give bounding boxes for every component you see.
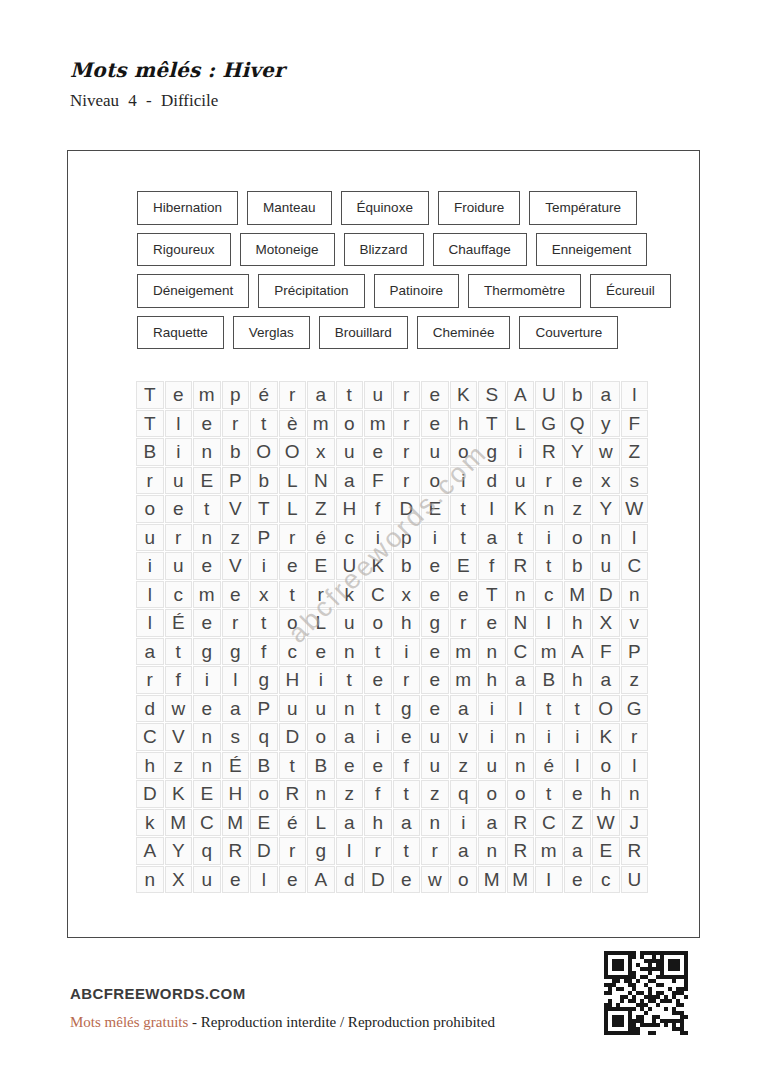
grid-cell: l: [621, 752, 649, 780]
grid-cell: u: [193, 866, 221, 894]
grid-cell: n: [193, 438, 221, 466]
grid-cell: n: [136, 866, 164, 894]
grid-cell: e: [222, 866, 250, 894]
grid-cell: R: [507, 837, 535, 865]
grid-cell: É: [165, 609, 193, 637]
grid-cell: g: [478, 438, 506, 466]
grid-cell: i: [564, 723, 592, 751]
grid-cell: L: [279, 467, 307, 495]
grid-cell: u: [336, 609, 364, 637]
grid-cell: x: [393, 581, 421, 609]
word-chip: Raquette: [137, 316, 224, 350]
grid-cell: n: [592, 524, 620, 552]
grid-cell: é: [307, 524, 335, 552]
word-chip: Rigoureux: [137, 233, 231, 267]
grid-cell: u: [421, 752, 449, 780]
grid-cell: f: [250, 638, 278, 666]
grid-cell: g: [393, 695, 421, 723]
grid-cell: t: [393, 780, 421, 808]
grid-cell: i: [535, 524, 563, 552]
grid-cell: l: [136, 581, 164, 609]
grid-cell: L: [507, 410, 535, 438]
grid-cell: n: [307, 780, 335, 808]
grid-cell: n: [507, 581, 535, 609]
grid-cell: l: [621, 381, 649, 409]
grid-cell: u: [478, 752, 506, 780]
grid-cell: c: [336, 524, 364, 552]
grid-cell: t: [507, 524, 535, 552]
grid-cell: n: [535, 495, 563, 523]
grid-cell: I: [621, 524, 649, 552]
grid-cell: q: [193, 837, 221, 865]
grid-cell: x: [592, 467, 620, 495]
grid-cell: o: [307, 723, 335, 751]
word-chip: Blizzard: [344, 233, 424, 267]
grid-cell: E: [250, 809, 278, 837]
grid-cell: Y: [592, 495, 620, 523]
grid-cell: F: [364, 467, 392, 495]
grid-cell: T: [136, 410, 164, 438]
grid-cell: d: [136, 695, 164, 723]
grid-cell: S: [478, 381, 506, 409]
grid-cell: L: [307, 809, 335, 837]
grid-cell: r: [136, 467, 164, 495]
grid-cell: c: [535, 581, 563, 609]
grid-cell: z: [564, 495, 592, 523]
grid-cell: C: [621, 552, 649, 580]
grid-cell: m: [450, 666, 478, 694]
grid-cell: r: [136, 666, 164, 694]
grid-cell: i: [193, 666, 221, 694]
grid-cell: E: [450, 552, 478, 580]
grid-cell: r: [222, 609, 250, 637]
grid-cell: u: [507, 467, 535, 495]
grid-cell: n: [336, 695, 364, 723]
word-chip: Chauffage: [433, 233, 527, 267]
grid-cell: r: [393, 381, 421, 409]
grid-cell: i: [450, 467, 478, 495]
grid-cell: u: [592, 552, 620, 580]
grid-cell: H: [222, 780, 250, 808]
grid-cell: d: [478, 467, 506, 495]
word-row: DéneigementPrécipitationPatinoireThermom…: [137, 274, 671, 308]
grid-cell: s: [222, 723, 250, 751]
grid-cell: B: [307, 752, 335, 780]
grid-cell: a: [592, 666, 620, 694]
grid-cell: o: [450, 438, 478, 466]
grid-cell: A: [507, 381, 535, 409]
grid-cell: P: [222, 467, 250, 495]
grid-cell: b: [393, 552, 421, 580]
grid-cell: i: [393, 638, 421, 666]
grid-cell: L: [279, 495, 307, 523]
grid-cell: u: [279, 695, 307, 723]
grid-cell: i: [364, 723, 392, 751]
grid-cell: e: [279, 866, 307, 894]
grid-cell: o: [364, 609, 392, 637]
word-chip: Thermomètre: [468, 274, 581, 308]
grid-cell: é: [279, 809, 307, 837]
grid-cell: e: [421, 638, 449, 666]
grid-cell: m: [535, 638, 563, 666]
grid-cell: Y: [165, 837, 193, 865]
grid-cell: a: [393, 809, 421, 837]
grid-cell: g: [307, 837, 335, 865]
grid-cell: z: [621, 666, 649, 694]
grid-cell: h: [478, 666, 506, 694]
grid-cell: p: [393, 524, 421, 552]
grid-cell: m: [307, 410, 335, 438]
grid-cell: H: [279, 666, 307, 694]
grid-cell: H: [336, 495, 364, 523]
level-label: Niveau 4 - Difficile: [70, 91, 218, 111]
grid-cell: i: [364, 524, 392, 552]
grid-cell: n: [507, 723, 535, 751]
grid-cell: a: [507, 666, 535, 694]
grid-cell: L: [307, 609, 335, 637]
grid-cell: z: [165, 752, 193, 780]
grid-cell: r: [279, 524, 307, 552]
grid-cell: C: [193, 809, 221, 837]
grid-cell: K: [592, 723, 620, 751]
grid-cell: g: [421, 609, 449, 637]
grid-cell: e: [165, 381, 193, 409]
grid-cell: R: [279, 780, 307, 808]
footer-site: ABCFREEWORDS.COM: [70, 985, 246, 1002]
grid-cell: t: [364, 638, 392, 666]
grid-cell: l: [136, 609, 164, 637]
grid-cell: o: [507, 780, 535, 808]
grid-cell: U: [621, 866, 649, 894]
grid-cell: e: [364, 666, 392, 694]
grid-cell: N: [307, 467, 335, 495]
grid-cell: F: [592, 638, 620, 666]
grid-cell: W: [592, 809, 620, 837]
grid-cell: y: [592, 410, 620, 438]
grid-cell: M: [222, 809, 250, 837]
grid-cell: e: [364, 752, 392, 780]
grid-cell: t: [564, 695, 592, 723]
grid-cell: è: [279, 410, 307, 438]
grid-cell: p: [222, 381, 250, 409]
grid-cell: h: [564, 666, 592, 694]
grid-cell: K: [450, 381, 478, 409]
grid-cell: b: [250, 467, 278, 495]
word-chip: Température: [529, 191, 637, 225]
grid-cell: M: [478, 866, 506, 894]
grid-cell: i: [421, 524, 449, 552]
grid-cell: e: [336, 752, 364, 780]
grid-cell: M: [564, 581, 592, 609]
grid-cell: e: [307, 638, 335, 666]
grid-cell: g: [193, 638, 221, 666]
footer-tagline-rest: - Reproduction interdite / Reproduction …: [188, 1014, 495, 1030]
grid-cell: I: [535, 866, 563, 894]
grid-cell: f: [478, 552, 506, 580]
grid-cell: T: [136, 381, 164, 409]
grid-cell: a: [478, 524, 506, 552]
grid-cell: i: [535, 723, 563, 751]
word-row: HibernationManteauÉquinoxeFroidureTempér…: [137, 191, 671, 225]
grid-cell: R: [621, 837, 649, 865]
grid-cell: X: [592, 609, 620, 637]
grid-cell: e: [421, 695, 449, 723]
word-chip: Cheminée: [417, 316, 511, 350]
grid-cell: B: [250, 752, 278, 780]
grid-cell: r: [393, 666, 421, 694]
grid-cell: w: [421, 866, 449, 894]
grid-cell: n: [336, 638, 364, 666]
grid-cell: K: [364, 552, 392, 580]
grid-cell: m: [193, 381, 221, 409]
grid-cell: R: [535, 438, 563, 466]
grid-cell: r: [393, 410, 421, 438]
grid-cell: a: [307, 381, 335, 409]
grid-cell: e: [564, 780, 592, 808]
grid-cell: V: [222, 552, 250, 580]
grid-cell: r: [364, 837, 392, 865]
grid-cell: M: [507, 866, 535, 894]
word-chip: Écureuil: [590, 274, 671, 308]
grid-cell: n: [193, 524, 221, 552]
grid-cell: W: [621, 495, 649, 523]
grid-cell: A: [136, 837, 164, 865]
grid-cell: A: [307, 866, 335, 894]
grid-cell: a: [336, 809, 364, 837]
grid-cell: t: [336, 666, 364, 694]
grid-cell: J: [621, 809, 649, 837]
grid-cell: o: [250, 780, 278, 808]
grid-cell: i: [478, 695, 506, 723]
grid-cell: u: [336, 438, 364, 466]
grid-cell: u: [136, 524, 164, 552]
grid-cell: n: [193, 723, 221, 751]
grid-cell: F: [621, 410, 649, 438]
grid-cell: t: [364, 695, 392, 723]
grid-cell: w: [165, 695, 193, 723]
grid-cell: e: [478, 609, 506, 637]
grid-cell: h: [450, 410, 478, 438]
grid-cell: l: [507, 695, 535, 723]
grid-cell: n: [621, 780, 649, 808]
grid-cell: u: [307, 695, 335, 723]
grid-cell: i: [478, 723, 506, 751]
grid-cell: V: [222, 495, 250, 523]
grid-cell: z: [336, 780, 364, 808]
grid-cell: i: [250, 552, 278, 580]
grid-cell: O: [250, 438, 278, 466]
word-chip: Motoneige: [240, 233, 335, 267]
grid-cell: e: [564, 866, 592, 894]
grid-cell: e: [421, 552, 449, 580]
grid-cell: e: [421, 410, 449, 438]
grid-cell: P: [250, 695, 278, 723]
grid-cell: r: [621, 723, 649, 751]
grid-cell: o: [421, 467, 449, 495]
grid-cell: e: [193, 695, 221, 723]
grid-cell: T: [250, 495, 278, 523]
grid-cell: m: [364, 410, 392, 438]
grid-cell: t: [250, 609, 278, 637]
word-chip: Précipitation: [258, 274, 364, 308]
grid-cell: D: [279, 723, 307, 751]
grid-cell: C: [364, 581, 392, 609]
grid-cell: l: [564, 752, 592, 780]
grid-cell: i: [450, 809, 478, 837]
grid-cell: K: [165, 780, 193, 808]
grid-cell: e: [421, 666, 449, 694]
grid-cell: w: [592, 438, 620, 466]
grid-cell: l: [250, 866, 278, 894]
grid-cell: C: [136, 723, 164, 751]
word-chip: Froidure: [438, 191, 520, 225]
grid-cell: r: [222, 410, 250, 438]
grid-cell: t: [535, 780, 563, 808]
grid-cell: v: [621, 609, 649, 637]
grid-cell: m: [193, 581, 221, 609]
grid-cell: A: [564, 638, 592, 666]
word-chip: Hibernation: [137, 191, 238, 225]
word-row: RaquetteVerglasBrouillardCheminéeCouvert…: [137, 316, 671, 350]
grid-cell: U: [336, 552, 364, 580]
puzzle-page: Mots mêlés : Hiver Niveau 4 - Difficile …: [0, 0, 768, 1086]
grid-cell: t: [279, 752, 307, 780]
grid-cell: X: [165, 866, 193, 894]
grid-cell: m: [535, 837, 563, 865]
grid-cell: E: [193, 780, 221, 808]
grid-cell: n: [193, 752, 221, 780]
page-title: Mots mêlés : Hiver: [70, 58, 285, 82]
grid-cell: r: [393, 438, 421, 466]
grid-cell: c: [165, 581, 193, 609]
grid-cell: R: [507, 552, 535, 580]
grid-cell: o: [336, 410, 364, 438]
grid-cell: t: [535, 552, 563, 580]
grid-cell: l: [165, 410, 193, 438]
footer-tagline-highlight: Mots mêlés gratuits: [70, 1014, 188, 1030]
grid-cell: b: [222, 438, 250, 466]
grid-cell: r: [421, 837, 449, 865]
grid-cell: I: [478, 495, 506, 523]
grid-cell: f: [165, 666, 193, 694]
grid-cell: n: [421, 809, 449, 837]
grid-cell: k: [136, 809, 164, 837]
word-chip: Brouillard: [319, 316, 408, 350]
grid-cell: u: [364, 381, 392, 409]
grid-cell: E: [421, 495, 449, 523]
grid-cell: c: [592, 866, 620, 894]
grid-cell: M: [165, 809, 193, 837]
grid-cell: D: [250, 837, 278, 865]
grid-cell: D: [136, 780, 164, 808]
grid-cell: b: [564, 552, 592, 580]
grid-cell: e: [393, 866, 421, 894]
grid-cell: a: [450, 695, 478, 723]
grid-cell: é: [250, 381, 278, 409]
grid-cell: t: [193, 495, 221, 523]
grid-cell: n: [621, 581, 649, 609]
grid-cell: r: [307, 581, 335, 609]
grid-cell: G: [621, 695, 649, 723]
word-list: HibernationManteauÉquinoxeFroidureTempér…: [137, 191, 671, 349]
grid-cell: z: [450, 752, 478, 780]
grid-cell: G: [535, 410, 563, 438]
grid-cell: D: [592, 581, 620, 609]
word-chip: Équinoxe: [341, 191, 429, 225]
grid-cell: K: [507, 495, 535, 523]
letter-grid: TempératureKSAUbalTlertèmomrehTLGQyFBinb…: [136, 381, 648, 893]
grid-cell: f: [393, 752, 421, 780]
word-chip: Verglas: [233, 316, 310, 350]
grid-cell: z: [421, 780, 449, 808]
qr-code: [604, 951, 688, 1035]
grid-cell: k: [336, 581, 364, 609]
grid-cell: r: [393, 467, 421, 495]
grid-cell: N: [507, 609, 535, 637]
grid-cell: E: [592, 837, 620, 865]
grid-cell: Z: [307, 495, 335, 523]
grid-cell: E: [307, 552, 335, 580]
grid-cell: B: [136, 438, 164, 466]
grid-cell: O: [279, 438, 307, 466]
grid-cell: o: [478, 780, 506, 808]
grid-cell: r: [279, 381, 307, 409]
grid-cell: o: [564, 524, 592, 552]
grid-cell: t: [279, 581, 307, 609]
grid-cell: e: [165, 495, 193, 523]
grid-cell: z: [222, 524, 250, 552]
word-chip: Enneigement: [536, 233, 648, 267]
grid-cell: R: [222, 837, 250, 865]
grid-cell: u: [165, 467, 193, 495]
grid-cell: s: [621, 467, 649, 495]
grid-cell: n: [507, 752, 535, 780]
grid-cell: e: [450, 581, 478, 609]
grid-cell: n: [478, 837, 506, 865]
word-chip: Couverture: [519, 316, 618, 350]
grid-cell: h: [592, 780, 620, 808]
grid-cell: t: [336, 381, 364, 409]
grid-cell: É: [222, 752, 250, 780]
grid-cell: U: [535, 381, 563, 409]
grid-cell: I: [535, 609, 563, 637]
grid-cell: C: [507, 638, 535, 666]
grid-cell: o: [592, 752, 620, 780]
grid-cell: Y: [564, 438, 592, 466]
grid-cell: e: [193, 552, 221, 580]
grid-cell: f: [364, 780, 392, 808]
grid-cell: o: [279, 609, 307, 637]
grid-cell: i: [307, 666, 335, 694]
grid-cell: h: [136, 752, 164, 780]
grid-cell: e: [421, 581, 449, 609]
grid-cell: n: [478, 638, 506, 666]
grid-cell: o: [450, 866, 478, 894]
puzzle-frame: HibernationManteauÉquinoxeFroidureTempér…: [67, 150, 700, 938]
grid-cell: h: [393, 609, 421, 637]
word-chip: Déneigement: [137, 274, 249, 308]
grid-cell: r: [535, 467, 563, 495]
grid-cell: a: [592, 381, 620, 409]
grid-cell: u: [421, 723, 449, 751]
grid-cell: t: [450, 524, 478, 552]
grid-cell: t: [535, 695, 563, 723]
grid-cell: x: [307, 438, 335, 466]
grid-cell: E: [193, 467, 221, 495]
grid-cell: i: [507, 438, 535, 466]
grid-cell: e: [193, 410, 221, 438]
grid-cell: R: [507, 809, 535, 837]
